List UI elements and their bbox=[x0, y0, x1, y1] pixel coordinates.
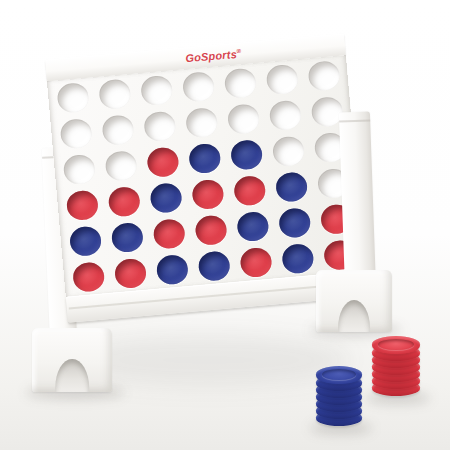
red-disc bbox=[191, 178, 224, 210]
blue-disc bbox=[278, 207, 311, 239]
cell-r5-c3[interactable] bbox=[146, 214, 191, 254]
cell-r3-c4[interactable] bbox=[182, 138, 227, 178]
red-disc bbox=[146, 146, 179, 178]
brand-logo-text: GoSports bbox=[185, 48, 238, 64]
empty-hole bbox=[226, 103, 259, 135]
empty-hole bbox=[271, 135, 304, 167]
cell-r4-c6[interactable] bbox=[269, 167, 314, 207]
cell-r3-c5[interactable] bbox=[224, 135, 269, 175]
empty-hole bbox=[184, 106, 217, 138]
empty-hole bbox=[62, 153, 95, 185]
empty-hole bbox=[59, 117, 92, 149]
blue-disc-stack[interactable] bbox=[316, 366, 362, 426]
right-support-post bbox=[339, 112, 376, 291]
cell-r5-c1[interactable] bbox=[63, 221, 108, 261]
blue-disc bbox=[110, 221, 143, 253]
cell-r3-c2[interactable] bbox=[98, 146, 143, 186]
blue-disc bbox=[236, 210, 269, 242]
cell-r6-c5[interactable] bbox=[233, 242, 278, 282]
cell-r4-c5[interactable] bbox=[227, 171, 272, 211]
cell-r5-c4[interactable] bbox=[188, 210, 233, 250]
cell-r1-c7[interactable] bbox=[301, 56, 346, 96]
blue-disc bbox=[281, 243, 314, 275]
cell-r1-c3[interactable] bbox=[134, 70, 179, 110]
red-disc bbox=[233, 174, 266, 206]
left-foot bbox=[32, 328, 112, 392]
cell-r2-c5[interactable] bbox=[220, 99, 265, 139]
red-disc bbox=[107, 185, 140, 217]
cell-r4-c3[interactable] bbox=[143, 178, 188, 218]
right-foot bbox=[316, 270, 392, 332]
cell-r5-c6[interactable] bbox=[272, 203, 317, 243]
cell-r2-c1[interactable] bbox=[53, 113, 98, 153]
cell-r6-c3[interactable] bbox=[149, 250, 194, 290]
left-foot-arch bbox=[55, 359, 89, 392]
red-disc bbox=[152, 218, 185, 250]
empty-hole bbox=[265, 63, 298, 95]
empty-hole bbox=[143, 110, 176, 142]
cell-r1-c4[interactable] bbox=[175, 67, 220, 107]
cell-r1-c2[interactable] bbox=[92, 74, 137, 114]
empty-hole bbox=[223, 67, 256, 99]
red-disc bbox=[194, 214, 227, 246]
product-photo-scene: GoSports® bbox=[0, 0, 450, 450]
blue-disc bbox=[68, 225, 101, 257]
cell-r2-c4[interactable] bbox=[179, 102, 224, 142]
empty-hole bbox=[307, 60, 340, 92]
empty-hole bbox=[101, 114, 134, 146]
blue-stack-disc bbox=[316, 366, 362, 384]
cell-r1-c1[interactable] bbox=[50, 78, 95, 118]
empty-hole bbox=[139, 74, 172, 106]
cell-r2-c3[interactable] bbox=[137, 106, 182, 146]
cell-r6-c6[interactable] bbox=[275, 239, 320, 279]
empty-hole bbox=[98, 78, 131, 110]
cell-r4-c4[interactable] bbox=[185, 174, 230, 214]
blue-disc bbox=[197, 250, 230, 282]
board-grid bbox=[50, 56, 362, 297]
brand-logo: GoSports® bbox=[185, 47, 242, 64]
red-disc bbox=[113, 257, 146, 289]
blue-disc bbox=[155, 254, 188, 286]
cell-r5-c5[interactable] bbox=[230, 206, 275, 246]
cell-r3-c3[interactable] bbox=[140, 142, 185, 182]
board-panel bbox=[47, 55, 365, 296]
empty-hole bbox=[56, 82, 89, 114]
cell-r1-c6[interactable] bbox=[259, 59, 304, 99]
cell-r1-c5[interactable] bbox=[217, 63, 262, 103]
cell-r6-c2[interactable] bbox=[108, 253, 153, 293]
cell-r4-c2[interactable] bbox=[101, 181, 146, 221]
red-stack-disc bbox=[372, 336, 420, 354]
empty-hole bbox=[268, 99, 301, 131]
cell-r2-c2[interactable] bbox=[95, 110, 140, 150]
blue-disc bbox=[274, 171, 307, 203]
cell-r3-c6[interactable] bbox=[265, 131, 310, 171]
blue-disc bbox=[188, 142, 221, 174]
blue-disc bbox=[149, 182, 182, 214]
empty-hole bbox=[181, 71, 214, 103]
red-disc-stack[interactable] bbox=[372, 336, 420, 396]
red-disc bbox=[65, 189, 98, 221]
cell-r6-c4[interactable] bbox=[191, 246, 236, 286]
right-foot-arch bbox=[338, 300, 370, 332]
blue-disc bbox=[229, 139, 262, 171]
cell-r5-c2[interactable] bbox=[104, 217, 149, 257]
red-disc bbox=[239, 246, 272, 278]
cell-r3-c1[interactable] bbox=[56, 149, 101, 189]
red-disc bbox=[71, 261, 104, 293]
cell-r6-c1[interactable] bbox=[66, 257, 111, 297]
cell-r4-c1[interactable] bbox=[59, 185, 104, 225]
registered-mark: ® bbox=[236, 48, 241, 54]
empty-hole bbox=[104, 150, 137, 182]
cell-r2-c6[interactable] bbox=[262, 95, 307, 135]
